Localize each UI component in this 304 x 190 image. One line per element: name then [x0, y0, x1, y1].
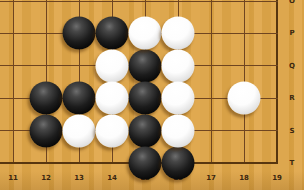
row-label-P: P	[289, 29, 294, 37]
col-label-13: 13	[74, 174, 84, 182]
col-label-11: 11	[8, 174, 18, 182]
black-stone-12S[interactable]	[30, 114, 63, 147]
white-stone-16R[interactable]	[162, 82, 195, 115]
col-label-12: 12	[41, 174, 51, 182]
black-stone-15Q[interactable]	[129, 49, 162, 82]
grid-line-col-11	[13, 0, 14, 164]
white-stone-15P[interactable]	[129, 17, 162, 50]
col-label-17: 17	[206, 174, 216, 182]
row-label-O: O	[289, 0, 295, 5]
col-label-18: 18	[239, 174, 249, 182]
white-stone-18R[interactable]	[228, 82, 261, 115]
black-stone-14P[interactable]	[96, 17, 129, 50]
row-label-T: T	[290, 159, 295, 167]
white-stone-14R[interactable]	[96, 82, 129, 115]
white-stone-16S[interactable]	[162, 114, 195, 147]
black-stone-16T[interactable]	[162, 147, 195, 180]
black-stone-15S[interactable]	[129, 114, 162, 147]
row-label-Q: Q	[289, 62, 295, 70]
black-stone-15T[interactable]	[129, 147, 162, 180]
black-stone-12R[interactable]	[30, 82, 63, 115]
white-stone-16P[interactable]	[162, 17, 195, 50]
grid-line-col-17	[211, 0, 212, 164]
col-label-14: 14	[107, 174, 117, 182]
white-stone-13S[interactable]	[63, 114, 96, 147]
grid-line-row-O	[0, 1, 278, 2]
black-stone-15R[interactable]	[129, 82, 162, 115]
white-stone-16Q[interactable]	[162, 49, 195, 82]
row-label-S: S	[289, 127, 294, 135]
grid-line-col-19	[276, 0, 278, 164]
white-stone-14S[interactable]	[96, 114, 129, 147]
row-label-R: R	[289, 94, 294, 102]
col-label-19: 19	[272, 174, 282, 182]
black-stone-13R[interactable]	[63, 82, 96, 115]
black-stone-13P[interactable]	[63, 17, 96, 50]
white-stone-14Q[interactable]	[96, 49, 129, 82]
go-board[interactable]: 111213141516171819OPQRST	[0, 0, 304, 190]
